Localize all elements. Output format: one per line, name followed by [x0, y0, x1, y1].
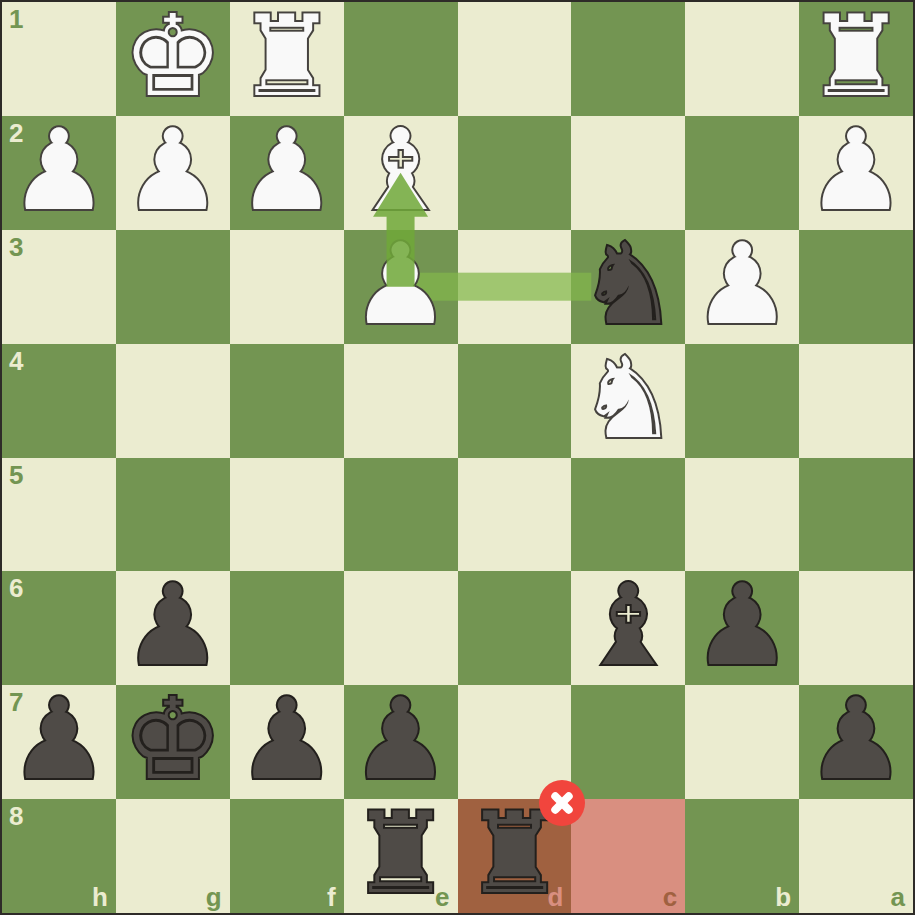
file-label-h: h	[92, 884, 108, 910]
square-h4[interactable]: 4	[2, 344, 116, 458]
square-e6[interactable]	[344, 571, 458, 685]
square-d5[interactable]	[458, 458, 572, 572]
white-pawn-g2[interactable]: ♟	[116, 113, 230, 227]
square-c7[interactable]	[571, 685, 685, 799]
square-g1[interactable]: ♚	[116, 2, 230, 116]
square-f6[interactable]	[230, 571, 344, 685]
square-c1[interactable]	[571, 2, 685, 116]
white-pawn-b3[interactable]: ♟	[685, 227, 799, 341]
rank-label-5: 5	[9, 462, 23, 488]
square-b2[interactable]	[685, 116, 799, 230]
square-e5[interactable]	[344, 458, 458, 572]
square-b5[interactable]	[685, 458, 799, 572]
black-pawn-a7[interactable]: ♟	[799, 682, 913, 796]
square-h8[interactable]: 8h	[2, 799, 116, 913]
square-d3[interactable]	[458, 230, 572, 344]
square-e3[interactable]: ♟	[344, 230, 458, 344]
square-g3[interactable]	[116, 230, 230, 344]
white-king-g1[interactable]: ♚	[116, 0, 230, 113]
square-f7[interactable]: ♟	[230, 685, 344, 799]
square-g2[interactable]: ♟	[116, 116, 230, 230]
square-g6[interactable]: ♟	[116, 571, 230, 685]
square-e7[interactable]: ♟	[344, 685, 458, 799]
white-pawn-a2[interactable]: ♟	[799, 113, 913, 227]
square-e2[interactable]: ♝	[344, 116, 458, 230]
square-c6[interactable]: ♝	[571, 571, 685, 685]
square-h7[interactable]: 7♟	[2, 685, 116, 799]
chess-board: 1♚♜♜2♟♟♟♝♟3♟♞♟4♞56♟♝♟7♟♚♟♟♟8hgfe♜d♜cba	[2, 2, 913, 913]
white-bishop-e2[interactable]: ♝	[344, 113, 458, 227]
square-g4[interactable]	[116, 344, 230, 458]
square-h5[interactable]: 5	[2, 458, 116, 572]
rank-label-3: 3	[9, 234, 23, 260]
square-c2[interactable]	[571, 116, 685, 230]
file-label-f: f	[327, 884, 336, 910]
black-rook-e8[interactable]: ♜	[344, 796, 458, 910]
square-f8[interactable]: f	[230, 799, 344, 913]
white-rook-f1[interactable]: ♜	[230, 0, 344, 113]
black-bishop-c6[interactable]: ♝	[571, 568, 685, 682]
square-e4[interactable]	[344, 344, 458, 458]
square-h1[interactable]: 1	[2, 2, 116, 116]
black-pawn-b6[interactable]: ♟	[685, 568, 799, 682]
square-b7[interactable]	[685, 685, 799, 799]
square-g8[interactable]: g	[116, 799, 230, 913]
square-a8[interactable]: a	[799, 799, 913, 913]
black-knight-c3[interactable]: ♞	[571, 227, 685, 341]
square-c5[interactable]	[571, 458, 685, 572]
square-h3[interactable]: 3	[2, 230, 116, 344]
square-e8[interactable]: e♜	[344, 799, 458, 913]
rank-label-1: 1	[9, 6, 23, 32]
white-pawn-h2[interactable]: ♟	[2, 113, 116, 227]
square-b1[interactable]	[685, 2, 799, 116]
rank-label-6: 6	[9, 575, 23, 601]
square-h6[interactable]: 6	[2, 571, 116, 685]
file-label-c: c	[663, 884, 677, 910]
square-b8[interactable]: b	[685, 799, 799, 913]
square-d2[interactable]	[458, 116, 572, 230]
square-f2[interactable]: ♟	[230, 116, 344, 230]
square-e1[interactable]	[344, 2, 458, 116]
square-b4[interactable]	[685, 344, 799, 458]
illegal-move-x-icon	[539, 780, 585, 826]
square-a6[interactable]	[799, 571, 913, 685]
black-pawn-f7[interactable]: ♟	[230, 682, 344, 796]
black-king-g7[interactable]: ♚	[116, 682, 230, 796]
rank-label-4: 4	[9, 348, 23, 374]
square-a7[interactable]: ♟	[799, 685, 913, 799]
square-b3[interactable]: ♟	[685, 230, 799, 344]
square-g5[interactable]	[116, 458, 230, 572]
file-label-a: a	[891, 884, 905, 910]
square-f3[interactable]	[230, 230, 344, 344]
black-pawn-h7[interactable]: ♟	[2, 682, 116, 796]
black-pawn-e7[interactable]: ♟	[344, 682, 458, 796]
square-a5[interactable]	[799, 458, 913, 572]
square-h2[interactable]: 2♟	[2, 116, 116, 230]
square-b6[interactable]: ♟	[685, 571, 799, 685]
rank-label-8: 8	[9, 803, 23, 829]
file-label-b: b	[775, 884, 791, 910]
square-f1[interactable]: ♜	[230, 2, 344, 116]
file-label-g: g	[206, 884, 222, 910]
white-knight-c4[interactable]: ♞	[571, 341, 685, 455]
square-c3[interactable]: ♞	[571, 230, 685, 344]
square-f5[interactable]	[230, 458, 344, 572]
square-a4[interactable]	[799, 344, 913, 458]
square-c8[interactable]: c	[571, 799, 685, 913]
black-pawn-g6[interactable]: ♟	[116, 568, 230, 682]
square-g7[interactable]: ♚	[116, 685, 230, 799]
square-a1[interactable]: ♜	[799, 2, 913, 116]
square-d4[interactable]	[458, 344, 572, 458]
square-d6[interactable]	[458, 571, 572, 685]
white-pawn-f2[interactable]: ♟	[230, 113, 344, 227]
square-c4[interactable]: ♞	[571, 344, 685, 458]
white-rook-a1[interactable]: ♜	[799, 0, 913, 113]
white-pawn-e3[interactable]: ♟	[344, 227, 458, 341]
square-f4[interactable]	[230, 344, 344, 458]
square-a3[interactable]	[799, 230, 913, 344]
square-a2[interactable]: ♟	[799, 116, 913, 230]
square-d1[interactable]	[458, 2, 572, 116]
